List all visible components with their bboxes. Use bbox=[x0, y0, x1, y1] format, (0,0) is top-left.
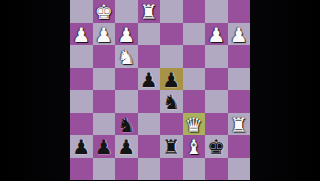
square-h5[interactable] bbox=[70, 90, 93, 113]
square-g6[interactable] bbox=[93, 113, 116, 136]
square-e1[interactable]: ♜ bbox=[138, 0, 161, 23]
piece-white-bishop[interactable]: ♝ bbox=[185, 136, 203, 159]
square-c2[interactable] bbox=[183, 23, 206, 46]
square-d4[interactable]: ♟ bbox=[160, 68, 183, 91]
square-a8[interactable] bbox=[228, 158, 251, 181]
square-d2[interactable] bbox=[160, 23, 183, 46]
square-f2[interactable]: ♟ bbox=[115, 23, 138, 46]
square-e8[interactable] bbox=[138, 158, 161, 181]
piece-black-pawn[interactable]: ♟ bbox=[140, 69, 158, 92]
square-a7[interactable] bbox=[228, 135, 251, 158]
square-h7[interactable]: ♟ bbox=[70, 135, 93, 158]
square-g7[interactable]: ♟ bbox=[93, 135, 116, 158]
letterbox-left bbox=[0, 0, 70, 180]
chess-board[interactable]: ♚♜♟♟♟♟♟♞♟♟♞♞♛♜♟♟♟♜♝♚ bbox=[70, 0, 250, 180]
square-c7[interactable]: ♝ bbox=[183, 135, 206, 158]
square-c3[interactable] bbox=[183, 45, 206, 68]
square-d7[interactable]: ♜ bbox=[160, 135, 183, 158]
piece-white-rook[interactable]: ♜ bbox=[230, 114, 248, 137]
square-c4[interactable] bbox=[183, 68, 206, 91]
piece-white-pawn[interactable]: ♟ bbox=[207, 24, 225, 47]
square-d8[interactable] bbox=[160, 158, 183, 181]
square-e2[interactable] bbox=[138, 23, 161, 46]
piece-black-knight[interactable]: ♞ bbox=[117, 114, 135, 137]
square-e3[interactable] bbox=[138, 45, 161, 68]
square-h8[interactable] bbox=[70, 158, 93, 181]
square-g2[interactable]: ♟ bbox=[93, 23, 116, 46]
square-a5[interactable] bbox=[228, 90, 251, 113]
square-b3[interactable] bbox=[205, 45, 228, 68]
square-h4[interactable] bbox=[70, 68, 93, 91]
square-a3[interactable] bbox=[228, 45, 251, 68]
piece-black-pawn[interactable]: ♟ bbox=[162, 69, 180, 92]
square-b6[interactable] bbox=[205, 113, 228, 136]
square-h6[interactable] bbox=[70, 113, 93, 136]
square-d1[interactable] bbox=[160, 0, 183, 23]
square-b8[interactable] bbox=[205, 158, 228, 181]
square-a4[interactable] bbox=[228, 68, 251, 91]
piece-white-rook[interactable]: ♜ bbox=[140, 1, 158, 24]
square-e4[interactable]: ♟ bbox=[138, 68, 161, 91]
piece-white-knight[interactable]: ♞ bbox=[117, 46, 135, 69]
square-e6[interactable] bbox=[138, 113, 161, 136]
square-g8[interactable] bbox=[93, 158, 116, 181]
video-frame: ♚♜♟♟♟♟♟♞♟♟♞♞♛♜♟♟♟♜♝♚ bbox=[0, 0, 320, 180]
square-f5[interactable] bbox=[115, 90, 138, 113]
square-h2[interactable]: ♟ bbox=[70, 23, 93, 46]
square-d6[interactable] bbox=[160, 113, 183, 136]
square-f4[interactable] bbox=[115, 68, 138, 91]
piece-white-pawn[interactable]: ♟ bbox=[230, 24, 248, 47]
square-g3[interactable] bbox=[93, 45, 116, 68]
piece-black-pawn[interactable]: ♟ bbox=[72, 136, 90, 159]
piece-black-pawn[interactable]: ♟ bbox=[95, 136, 113, 159]
square-b4[interactable] bbox=[205, 68, 228, 91]
piece-white-pawn[interactable]: ♟ bbox=[117, 24, 135, 47]
piece-white-pawn[interactable]: ♟ bbox=[95, 24, 113, 47]
square-b7[interactable]: ♚ bbox=[205, 135, 228, 158]
square-d5[interactable]: ♞ bbox=[160, 90, 183, 113]
piece-white-queen[interactable]: ♛ bbox=[185, 114, 203, 137]
square-g1[interactable]: ♚ bbox=[93, 0, 116, 23]
piece-white-pawn[interactable]: ♟ bbox=[72, 24, 90, 47]
square-b5[interactable] bbox=[205, 90, 228, 113]
square-h1[interactable] bbox=[70, 0, 93, 23]
square-b1[interactable] bbox=[205, 0, 228, 23]
square-c1[interactable] bbox=[183, 0, 206, 23]
piece-black-pawn[interactable]: ♟ bbox=[117, 136, 135, 159]
square-a6[interactable]: ♜ bbox=[228, 113, 251, 136]
square-g4[interactable] bbox=[93, 68, 116, 91]
square-c8[interactable] bbox=[183, 158, 206, 181]
piece-black-rook[interactable]: ♜ bbox=[162, 136, 180, 159]
square-g5[interactable] bbox=[93, 90, 116, 113]
square-c6[interactable]: ♛ bbox=[183, 113, 206, 136]
square-f3[interactable]: ♞ bbox=[115, 45, 138, 68]
square-c5[interactable] bbox=[183, 90, 206, 113]
square-f6[interactable]: ♞ bbox=[115, 113, 138, 136]
letterbox-right bbox=[250, 0, 320, 180]
square-d3[interactable] bbox=[160, 45, 183, 68]
square-f7[interactable]: ♟ bbox=[115, 135, 138, 158]
square-f8[interactable] bbox=[115, 158, 138, 181]
square-a2[interactable]: ♟ bbox=[228, 23, 251, 46]
square-h3[interactable] bbox=[70, 45, 93, 68]
piece-black-king[interactable]: ♚ bbox=[207, 136, 225, 159]
square-e7[interactable] bbox=[138, 135, 161, 158]
piece-black-knight[interactable]: ♞ bbox=[162, 91, 180, 114]
piece-white-king[interactable]: ♚ bbox=[95, 1, 113, 24]
square-a1[interactable] bbox=[228, 0, 251, 23]
square-b2[interactable]: ♟ bbox=[205, 23, 228, 46]
square-f1[interactable] bbox=[115, 0, 138, 23]
square-e5[interactable] bbox=[138, 90, 161, 113]
